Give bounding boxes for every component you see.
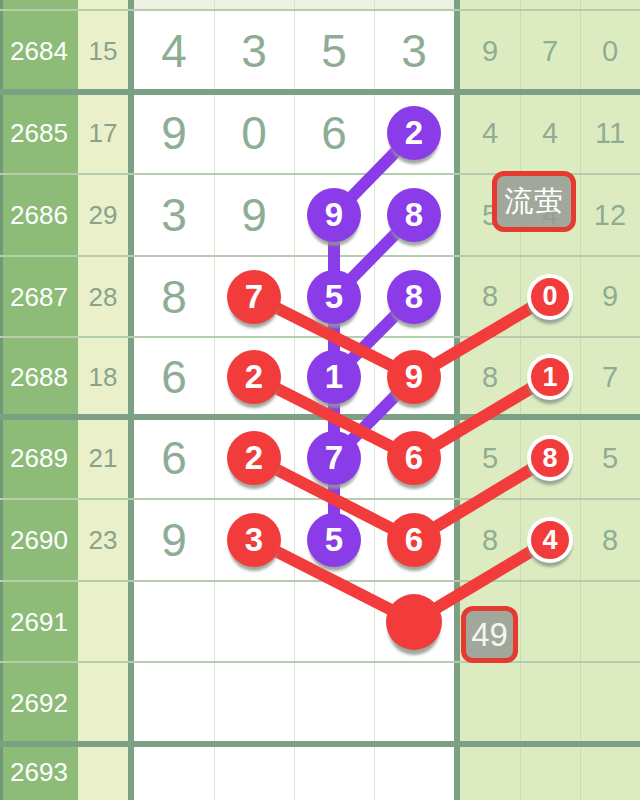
badge-count-49: 49 xyxy=(461,606,518,663)
number-circle-red-2689-m2: 2 xyxy=(227,431,281,485)
number-circle-purple-2688-m3: 1 xyxy=(307,350,361,404)
number-circle-purple-2686-m3: 9 xyxy=(307,188,361,242)
number-circle-red-2690-m4: 6 xyxy=(387,513,441,567)
number-circle-purple-2687-m3: 5 xyxy=(307,270,361,324)
lottery-trend-chart: 2684154353970268517906244112686293998541… xyxy=(0,0,640,800)
number-circle-red-2690-m2: 3 xyxy=(227,513,281,567)
number-circle-ring-2687-r2: 0 xyxy=(527,274,573,320)
badge-liuying: 流萤 xyxy=(492,171,576,232)
number-circle-purple-2690-m3: 5 xyxy=(307,513,361,567)
number-circle-red-2688-m4: 9 xyxy=(387,350,441,404)
number-circle-red-2688-m2: 2 xyxy=(227,350,281,404)
number-circle-red-2689-m4: 6 xyxy=(387,431,441,485)
number-circle-purple-2686-m4: 8 xyxy=(387,188,441,242)
number-circle-purple-2685-m4: 2 xyxy=(387,106,441,160)
number-circle-purple-2687-m4: 8 xyxy=(387,270,441,324)
number-circle-purple-2689-m3: 7 xyxy=(307,431,361,485)
number-circle-ring-2688-r2: 1 xyxy=(527,354,573,400)
number-circle-red-2687-m2: 7 xyxy=(227,270,281,324)
big-red-dot-2691 xyxy=(386,594,442,650)
number-circle-ring-2690-r2: 4 xyxy=(527,517,573,563)
number-circle-ring-2689-r2: 8 xyxy=(527,435,573,481)
